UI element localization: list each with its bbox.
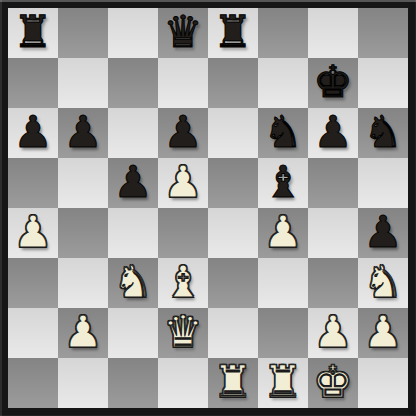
square-c6[interactable] [108, 108, 158, 158]
square-g5[interactable] [308, 158, 358, 208]
square-h7[interactable] [358, 58, 408, 108]
black-knight[interactable]: ♞ [363, 110, 402, 154]
square-a4[interactable]: ♟ [8, 208, 58, 258]
square-d4[interactable] [158, 208, 208, 258]
white-knight[interactable]: ♞ [363, 260, 402, 304]
white-knight[interactable]: ♞ [113, 260, 152, 304]
square-f1[interactable]: ♜ [258, 358, 308, 408]
white-rook[interactable]: ♜ [213, 360, 252, 404]
square-e6[interactable] [208, 108, 258, 158]
square-e1[interactable]: ♜ [208, 358, 258, 408]
square-c7[interactable] [108, 58, 158, 108]
square-g1[interactable]: ♚ [308, 358, 358, 408]
square-b4[interactable] [58, 208, 108, 258]
square-c4[interactable] [108, 208, 158, 258]
square-a6[interactable]: ♟ [8, 108, 58, 158]
square-h5[interactable] [358, 158, 408, 208]
black-pawn[interactable]: ♟ [313, 110, 352, 154]
square-b3[interactable] [58, 258, 108, 308]
square-d5[interactable]: ♟ [158, 158, 208, 208]
chess-board: ♜♛♜♚♟♟♟♞♟♞♟♟♝♟♟♟♞♝♞♟♛♟♟♜♜♚ [8, 8, 408, 408]
white-pawn[interactable]: ♟ [313, 310, 352, 354]
square-c3[interactable]: ♞ [108, 258, 158, 308]
square-d8[interactable]: ♛ [158, 8, 208, 58]
square-d1[interactable] [158, 358, 208, 408]
board-frame: ♜♛♜♚♟♟♟♞♟♞♟♟♝♟♟♟♞♝♞♟♛♟♟♜♜♚ [0, 0, 416, 416]
white-pawn[interactable]: ♟ [163, 160, 202, 204]
square-b6[interactable]: ♟ [58, 108, 108, 158]
square-a8[interactable]: ♜ [8, 8, 58, 58]
square-e2[interactable] [208, 308, 258, 358]
white-king[interactable]: ♚ [313, 360, 352, 404]
square-e5[interactable] [208, 158, 258, 208]
black-pawn[interactable]: ♟ [63, 110, 102, 154]
square-c5[interactable]: ♟ [108, 158, 158, 208]
black-king[interactable]: ♚ [313, 60, 352, 104]
square-b2[interactable]: ♟ [58, 308, 108, 358]
white-pawn[interactable]: ♟ [263, 210, 302, 254]
square-g3[interactable] [308, 258, 358, 308]
square-d2[interactable]: ♛ [158, 308, 208, 358]
square-d3[interactable]: ♝ [158, 258, 208, 308]
square-a3[interactable] [8, 258, 58, 308]
square-h3[interactable]: ♞ [358, 258, 408, 308]
square-a7[interactable] [8, 58, 58, 108]
square-e7[interactable] [208, 58, 258, 108]
square-h6[interactable]: ♞ [358, 108, 408, 158]
square-a5[interactable] [8, 158, 58, 208]
square-f6[interactable]: ♞ [258, 108, 308, 158]
square-f8[interactable] [258, 8, 308, 58]
square-d7[interactable] [158, 58, 208, 108]
black-queen[interactable]: ♛ [163, 10, 202, 54]
square-c8[interactable] [108, 8, 158, 58]
black-knight[interactable]: ♞ [263, 110, 302, 154]
square-g7[interactable]: ♚ [308, 58, 358, 108]
square-h1[interactable] [358, 358, 408, 408]
white-bishop[interactable]: ♝ [163, 260, 202, 304]
black-bishop[interactable]: ♝ [263, 160, 302, 204]
square-b8[interactable] [58, 8, 108, 58]
white-queen[interactable]: ♛ [163, 310, 202, 354]
black-pawn[interactable]: ♟ [13, 110, 52, 154]
white-rook[interactable]: ♜ [263, 360, 302, 404]
square-a1[interactable] [8, 358, 58, 408]
square-d6[interactable]: ♟ [158, 108, 208, 158]
square-f7[interactable] [258, 58, 308, 108]
square-b5[interactable] [58, 158, 108, 208]
white-pawn[interactable]: ♟ [13, 210, 52, 254]
square-c1[interactable] [108, 358, 158, 408]
square-f5[interactable]: ♝ [258, 158, 308, 208]
square-e3[interactable] [208, 258, 258, 308]
square-g8[interactable] [308, 8, 358, 58]
square-f4[interactable]: ♟ [258, 208, 308, 258]
black-rook[interactable]: ♜ [213, 10, 252, 54]
square-f3[interactable] [258, 258, 308, 308]
square-f2[interactable] [258, 308, 308, 358]
black-pawn[interactable]: ♟ [363, 210, 402, 254]
white-pawn[interactable]: ♟ [363, 310, 402, 354]
square-h8[interactable] [358, 8, 408, 58]
square-g2[interactable]: ♟ [308, 308, 358, 358]
square-h2[interactable]: ♟ [358, 308, 408, 358]
square-c2[interactable] [108, 308, 158, 358]
black-pawn[interactable]: ♟ [113, 160, 152, 204]
square-e4[interactable] [208, 208, 258, 258]
black-rook[interactable]: ♜ [13, 10, 52, 54]
square-e8[interactable]: ♜ [208, 8, 258, 58]
square-g4[interactable] [308, 208, 358, 258]
square-a2[interactable] [8, 308, 58, 358]
square-g6[interactable]: ♟ [308, 108, 358, 158]
square-h4[interactable]: ♟ [358, 208, 408, 258]
white-pawn[interactable]: ♟ [63, 310, 102, 354]
square-b7[interactable] [58, 58, 108, 108]
square-b1[interactable] [58, 358, 108, 408]
black-pawn[interactable]: ♟ [163, 110, 202, 154]
